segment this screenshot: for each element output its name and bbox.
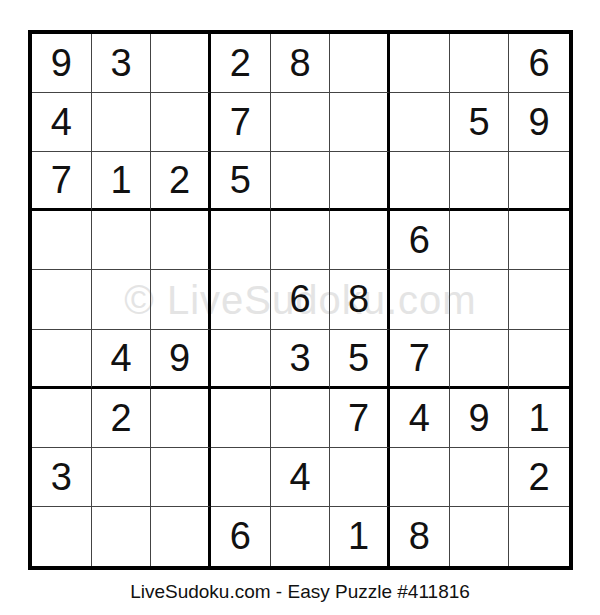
cell-r2c5[interactable] <box>271 93 331 152</box>
cell-r8c5[interactable]: 4 <box>271 448 331 507</box>
cell-r5c4[interactable] <box>211 270 271 329</box>
cell-r5c7[interactable] <box>390 270 450 329</box>
cell-r1c2[interactable]: 3 <box>92 34 152 93</box>
cell-r8c9[interactable]: 2 <box>509 448 569 507</box>
cell-r9c1[interactable] <box>32 507 92 566</box>
cell-r7c1[interactable] <box>32 389 92 448</box>
cell-r9c4[interactable]: 6 <box>211 507 271 566</box>
cell-r3c1[interactable]: 7 <box>32 152 92 211</box>
cell-r3c4[interactable]: 5 <box>211 152 271 211</box>
sudoku-board: © LiveSudoku.com 93286475971256684935727… <box>28 30 573 570</box>
cell-r2c4[interactable]: 7 <box>211 93 271 152</box>
cell-r2c8[interactable]: 5 <box>450 93 510 152</box>
cell-r6c3[interactable]: 9 <box>151 330 211 389</box>
cell-r1c8[interactable] <box>450 34 510 93</box>
cell-r2c6[interactable] <box>330 93 390 152</box>
cell-r9c2[interactable] <box>92 507 152 566</box>
cell-r7c6[interactable]: 7 <box>330 389 390 448</box>
cell-r1c6[interactable] <box>330 34 390 93</box>
cell-r5c2[interactable] <box>92 270 152 329</box>
cell-r7c7[interactable]: 4 <box>390 389 450 448</box>
puzzle-caption: LiveSudoku.com - Easy Puzzle #411816 <box>0 581 600 603</box>
cell-r7c3[interactable] <box>151 389 211 448</box>
cell-r5c3[interactable] <box>151 270 211 329</box>
cell-r8c2[interactable] <box>92 448 152 507</box>
cell-r9c6[interactable]: 1 <box>330 507 390 566</box>
cell-r6c9[interactable] <box>509 330 569 389</box>
cell-r4c1[interactable] <box>32 211 92 270</box>
cell-r8c3[interactable] <box>151 448 211 507</box>
cell-r6c4[interactable] <box>211 330 271 389</box>
cell-r2c1[interactable]: 4 <box>32 93 92 152</box>
cell-r7c2[interactable]: 2 <box>92 389 152 448</box>
cell-r9c3[interactable] <box>151 507 211 566</box>
cell-r6c7[interactable]: 7 <box>390 330 450 389</box>
cell-r5c5[interactable]: 6 <box>271 270 331 329</box>
cell-r4c4[interactable] <box>211 211 271 270</box>
cell-r1c9[interactable]: 6 <box>509 34 569 93</box>
cell-r2c7[interactable] <box>390 93 450 152</box>
cell-r3c7[interactable] <box>390 152 450 211</box>
cell-r3c6[interactable] <box>330 152 390 211</box>
cell-r6c6[interactable]: 5 <box>330 330 390 389</box>
cell-r5c9[interactable] <box>509 270 569 329</box>
cell-r6c5[interactable]: 3 <box>271 330 331 389</box>
cell-r8c1[interactable]: 3 <box>32 448 92 507</box>
cell-r4c5[interactable] <box>271 211 331 270</box>
cell-r2c2[interactable] <box>92 93 152 152</box>
cell-r3c9[interactable] <box>509 152 569 211</box>
cell-r1c7[interactable] <box>390 34 450 93</box>
cell-r8c7[interactable] <box>390 448 450 507</box>
cell-r6c8[interactable] <box>450 330 510 389</box>
cell-r6c2[interactable]: 4 <box>92 330 152 389</box>
cell-r7c5[interactable] <box>271 389 331 448</box>
cell-r8c6[interactable] <box>330 448 390 507</box>
cell-r4c8[interactable] <box>450 211 510 270</box>
cell-r2c9[interactable]: 9 <box>509 93 569 152</box>
cell-r4c7[interactable]: 6 <box>390 211 450 270</box>
cell-r7c8[interactable]: 9 <box>450 389 510 448</box>
cell-r5c8[interactable] <box>450 270 510 329</box>
cell-r2c3[interactable] <box>151 93 211 152</box>
cell-r5c6[interactable]: 8 <box>330 270 390 329</box>
cell-r6c1[interactable] <box>32 330 92 389</box>
cell-r3c3[interactable]: 2 <box>151 152 211 211</box>
cell-r3c2[interactable]: 1 <box>92 152 152 211</box>
cell-r4c3[interactable] <box>151 211 211 270</box>
cell-r7c9[interactable]: 1 <box>509 389 569 448</box>
cell-r7c4[interactable] <box>211 389 271 448</box>
cell-r5c1[interactable] <box>32 270 92 329</box>
cell-r4c2[interactable] <box>92 211 152 270</box>
cell-r4c9[interactable] <box>509 211 569 270</box>
cell-r3c5[interactable] <box>271 152 331 211</box>
cell-r9c9[interactable] <box>509 507 569 566</box>
cell-r8c8[interactable] <box>450 448 510 507</box>
cell-r8c4[interactable] <box>211 448 271 507</box>
cell-r1c1[interactable]: 9 <box>32 34 92 93</box>
cell-r9c8[interactable] <box>450 507 510 566</box>
cell-r1c3[interactable] <box>151 34 211 93</box>
cell-r9c5[interactable] <box>271 507 331 566</box>
cell-r3c8[interactable] <box>450 152 510 211</box>
cell-r9c7[interactable]: 8 <box>390 507 450 566</box>
cell-r1c4[interactable]: 2 <box>211 34 271 93</box>
cell-r1c5[interactable]: 8 <box>271 34 331 93</box>
cell-r4c6[interactable] <box>330 211 390 270</box>
